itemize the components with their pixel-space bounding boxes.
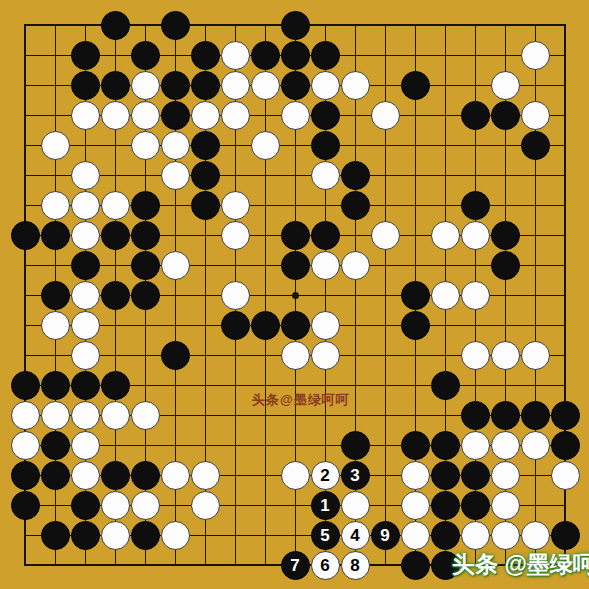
black-stone xyxy=(431,431,460,460)
black-stone xyxy=(551,431,580,460)
white-stone xyxy=(191,461,220,490)
black-stone xyxy=(191,131,220,160)
white-stone xyxy=(131,71,160,100)
move-number-label: 9 xyxy=(380,527,389,544)
white-stone xyxy=(521,41,550,70)
black-stone xyxy=(281,11,310,40)
black-stone xyxy=(131,521,160,550)
black-stone xyxy=(341,161,370,190)
white-stone xyxy=(161,251,190,280)
white-stone xyxy=(41,131,70,160)
white-stone xyxy=(311,71,340,100)
white-stone xyxy=(521,431,550,460)
white-stone xyxy=(131,101,160,130)
white-stone xyxy=(101,191,130,220)
white-stone xyxy=(161,131,190,160)
white-stone xyxy=(371,101,400,130)
black-stone xyxy=(161,101,190,130)
move-number-label: 2 xyxy=(320,467,329,484)
black-stone xyxy=(281,251,310,280)
white-stone xyxy=(491,491,520,520)
black-stone xyxy=(11,461,40,490)
black-stone xyxy=(71,41,100,70)
white-stone: 6 xyxy=(311,551,340,580)
white-stone xyxy=(401,461,430,490)
white-stone xyxy=(131,491,160,520)
white-stone xyxy=(341,71,370,100)
black-stone xyxy=(461,491,490,520)
black-stone xyxy=(341,191,370,220)
white-stone xyxy=(461,431,490,460)
black-stone xyxy=(41,431,70,460)
black-stone xyxy=(491,101,520,130)
white-stone xyxy=(161,521,190,550)
black-stone xyxy=(131,281,160,310)
black-stone xyxy=(311,221,340,250)
black-stone xyxy=(521,131,550,160)
black-stone xyxy=(161,71,190,100)
white-stone xyxy=(461,521,490,550)
white-stone xyxy=(71,341,100,370)
black-stone xyxy=(461,191,490,220)
black-stone xyxy=(131,41,160,70)
white-stone xyxy=(41,401,70,430)
white-stone xyxy=(461,281,490,310)
black-stone xyxy=(431,521,460,550)
white-stone xyxy=(491,431,520,460)
white-stone xyxy=(431,221,460,250)
white-stone xyxy=(341,251,370,280)
black-stone xyxy=(101,221,130,250)
white-stone xyxy=(101,521,130,550)
white-stone xyxy=(371,221,400,250)
black-stone xyxy=(281,71,310,100)
white-stone xyxy=(101,101,130,130)
white-stone xyxy=(71,401,100,430)
black-stone: 3 xyxy=(341,461,370,490)
white-stone xyxy=(11,431,40,460)
move-number-label: 6 xyxy=(320,557,329,574)
move-number-label: 4 xyxy=(350,527,359,544)
white-stone xyxy=(521,341,550,370)
white-stone: 8 xyxy=(341,551,370,580)
white-stone xyxy=(161,161,190,190)
black-stone xyxy=(491,401,520,430)
move-number-label: 5 xyxy=(320,527,329,544)
white-stone xyxy=(71,281,100,310)
black-stone xyxy=(281,41,310,70)
white-stone xyxy=(101,401,130,430)
black-stone xyxy=(131,461,160,490)
white-stone xyxy=(491,521,520,550)
black-stone xyxy=(11,221,40,250)
black-stone xyxy=(101,461,130,490)
white-stone xyxy=(311,341,340,370)
white-stone xyxy=(281,101,310,130)
white-stone xyxy=(71,221,100,250)
black-stone xyxy=(11,371,40,400)
white-stone xyxy=(41,191,70,220)
move-number-label: 1 xyxy=(320,497,329,514)
black-stone xyxy=(191,191,220,220)
black-stone xyxy=(41,521,70,550)
black-stone xyxy=(191,71,220,100)
black-stone xyxy=(71,521,100,550)
black-stone xyxy=(101,371,130,400)
black-stone xyxy=(191,41,220,70)
black-stone: 1 xyxy=(311,491,340,520)
white-stone xyxy=(221,191,250,220)
move-number-label: 3 xyxy=(350,467,359,484)
black-stone: 9 xyxy=(371,521,400,550)
black-stone xyxy=(251,311,280,340)
white-stone xyxy=(71,191,100,220)
black-stone xyxy=(401,71,430,100)
white-stone xyxy=(41,311,70,340)
white-stone xyxy=(71,311,100,340)
white-stone xyxy=(71,101,100,130)
black-stone xyxy=(191,161,220,190)
black-stone xyxy=(551,521,580,550)
white-stone xyxy=(311,251,340,280)
black-stone xyxy=(431,371,460,400)
white-stone xyxy=(461,341,490,370)
go-board[interactable]: 231549768 xyxy=(0,0,589,589)
white-stone xyxy=(221,281,250,310)
move-number-label: 8 xyxy=(350,557,359,574)
black-stone xyxy=(311,101,340,130)
white-stone xyxy=(401,521,430,550)
black-stone xyxy=(71,371,100,400)
white-stone xyxy=(221,101,250,130)
black-stone xyxy=(131,221,160,250)
black-stone xyxy=(131,191,160,220)
black-stone xyxy=(251,41,280,70)
white-stone xyxy=(431,281,460,310)
white-stone xyxy=(461,221,490,250)
black-stone xyxy=(401,281,430,310)
white-stone xyxy=(131,131,160,160)
black-stone xyxy=(41,371,70,400)
black-stone xyxy=(401,551,430,580)
black-stone xyxy=(281,221,310,250)
black-stone xyxy=(41,281,70,310)
white-stone xyxy=(311,311,340,340)
black-stone xyxy=(71,71,100,100)
white-stone xyxy=(221,41,250,70)
black-stone xyxy=(161,11,190,40)
white-stone xyxy=(311,161,340,190)
black-stone xyxy=(41,461,70,490)
black-stone: 5 xyxy=(311,521,340,550)
black-stone xyxy=(71,251,100,280)
white-stone xyxy=(521,101,550,130)
watermark-center: 头条@墨绿呵呵 xyxy=(252,391,350,409)
white-stone xyxy=(71,461,100,490)
black-stone xyxy=(551,401,580,430)
white-stone xyxy=(491,71,520,100)
black-stone xyxy=(461,101,490,130)
white-stone xyxy=(161,461,190,490)
black-stone xyxy=(341,431,370,460)
black-stone xyxy=(101,71,130,100)
black-stone xyxy=(161,341,190,370)
white-stone xyxy=(11,401,40,430)
white-stone xyxy=(191,491,220,520)
black-stone: 7 xyxy=(281,551,310,580)
white-stone xyxy=(281,341,310,370)
black-stone xyxy=(11,491,40,520)
black-stone xyxy=(41,221,70,250)
white-stone xyxy=(281,461,310,490)
white-stone xyxy=(71,431,100,460)
white-stone xyxy=(131,401,160,430)
black-stone xyxy=(131,251,160,280)
go-diagram: 231549768 头条@墨绿呵呵 头条 @墨绿呵呵 xyxy=(0,0,589,589)
black-stone xyxy=(311,41,340,70)
white-stone: 4 xyxy=(341,521,370,550)
white-stone xyxy=(251,131,280,160)
black-stone xyxy=(491,221,520,250)
black-stone xyxy=(281,311,310,340)
white-stone xyxy=(101,491,130,520)
star-point xyxy=(292,292,299,299)
black-stone xyxy=(221,311,250,340)
black-stone xyxy=(461,461,490,490)
white-stone xyxy=(551,461,580,490)
white-stone xyxy=(221,71,250,100)
black-stone xyxy=(101,11,130,40)
white-stone xyxy=(221,221,250,250)
black-stone xyxy=(491,251,520,280)
black-stone xyxy=(401,311,430,340)
white-stone: 2 xyxy=(311,461,340,490)
black-stone xyxy=(521,401,550,430)
white-stone xyxy=(491,341,520,370)
black-stone xyxy=(461,401,490,430)
black-stone xyxy=(101,281,130,310)
white-stone xyxy=(521,521,550,550)
black-stone xyxy=(431,491,460,520)
black-stone xyxy=(311,131,340,160)
white-stone xyxy=(251,71,280,100)
black-stone xyxy=(71,491,100,520)
white-stone xyxy=(71,161,100,190)
white-stone xyxy=(401,491,430,520)
white-stone xyxy=(191,101,220,130)
black-stone xyxy=(401,431,430,460)
watermark-bottom-right: 头条 @墨绿呵呵 xyxy=(452,549,589,580)
black-stone xyxy=(431,461,460,490)
white-stone xyxy=(491,461,520,490)
move-number-label: 7 xyxy=(290,557,299,574)
white-stone xyxy=(341,491,370,520)
